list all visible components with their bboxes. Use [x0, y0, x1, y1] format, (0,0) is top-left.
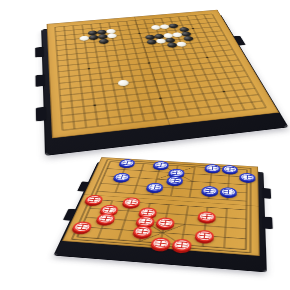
- piece-character: [122, 160, 131, 164]
- xiangqi-piece-blue-horse[interactable]: [118, 159, 136, 167]
- piece-character: [88, 197, 99, 202]
- piece-character: [139, 218, 150, 224]
- xiangqi-piece-blue-advisor[interactable]: [152, 161, 169, 169]
- xiangqi-piece-red-cannon[interactable]: [98, 204, 119, 215]
- xiangqi-set-3d: [62, 157, 260, 256]
- case-latch-tab: [36, 107, 46, 122]
- xiangqi-piece-red-cannon[interactable]: [137, 207, 157, 218]
- go-stone-white[interactable]: [176, 42, 187, 47]
- piece-character: [199, 233, 210, 240]
- xiangqi-pieces-layer: [62, 157, 260, 256]
- xiangqi-piece-blue-chariot[interactable]: [239, 173, 255, 182]
- piece-character: [137, 228, 148, 234]
- xiangqi-board[interactable]: [62, 157, 260, 256]
- piece-character: [100, 216, 111, 222]
- go-stone-black[interactable]: [99, 39, 109, 44]
- piece-character: [243, 175, 252, 180]
- case-latch-tab: [36, 75, 45, 87]
- piece-character: [176, 241, 187, 248]
- piece-character: [225, 167, 234, 172]
- piece-character: [171, 171, 180, 176]
- piece-character: [201, 213, 211, 219]
- xiangqi-piece-red-general[interactable]: [149, 237, 170, 250]
- piece-character: [150, 184, 160, 189]
- xiangqi-piece-red-soldier[interactable]: [83, 194, 104, 204]
- xiangqi-piece-red-horse[interactable]: [95, 213, 116, 224]
- xiangqi-piece-blue-cannon[interactable]: [112, 172, 131, 181]
- go-stone-black[interactable]: [168, 24, 178, 29]
- xiangqi-piece-blue-elephant[interactable]: [204, 164, 220, 173]
- piece-character: [159, 220, 170, 226]
- piece-character: [208, 166, 217, 171]
- piece-character: [155, 240, 166, 247]
- xiangqi-piece-red-elephant[interactable]: [155, 217, 175, 229]
- xiangqi-piece-blue-soldier[interactable]: [201, 186, 219, 196]
- xiangqi-piece-red-advisor[interactable]: [131, 225, 152, 237]
- piece-character: [103, 207, 114, 213]
- xiangqi-piece-red-advisor[interactable]: [171, 238, 192, 251]
- xiangqi-piece-blue-soldier[interactable]: [145, 182, 164, 192]
- piece-character: [156, 162, 165, 166]
- go-set-3d: [47, 10, 280, 139]
- xiangqi-piece-blue-cannon[interactable]: [165, 176, 183, 185]
- go-stone-black[interactable]: [89, 35, 99, 40]
- xiangqi-set: [82, 121, 258, 279]
- xiangqi-piece-blue-horse[interactable]: [221, 165, 237, 174]
- piece-character: [223, 189, 232, 194]
- xiangqi-piece-blue-soldier[interactable]: [219, 187, 236, 197]
- piece-character: [126, 199, 137, 205]
- go-stone-white[interactable]: [118, 80, 129, 87]
- piece-character: [116, 175, 126, 180]
- piece-character: [170, 178, 179, 183]
- product-photo-stage: [0, 0, 290, 290]
- piece-character: [142, 209, 153, 215]
- go-stone-black[interactable]: [183, 36, 194, 41]
- case-latch-tab: [262, 188, 271, 199]
- xiangqi-piece-red-chariot[interactable]: [194, 230, 214, 242]
- piece-character: [76, 224, 88, 230]
- case-latch-tab: [263, 217, 273, 229]
- xiangqi-piece-red-horse[interactable]: [134, 216, 155, 228]
- xiangqi-piece-red-soldier[interactable]: [121, 197, 141, 207]
- go-stone-white[interactable]: [80, 36, 89, 41]
- case-latch-tab: [35, 47, 44, 58]
- go-stone-white[interactable]: [107, 33, 117, 38]
- piece-character: [205, 188, 214, 193]
- xiangqi-piece-red-chariot[interactable]: [70, 221, 92, 233]
- xiangqi-piece-red-soldier[interactable]: [197, 211, 216, 222]
